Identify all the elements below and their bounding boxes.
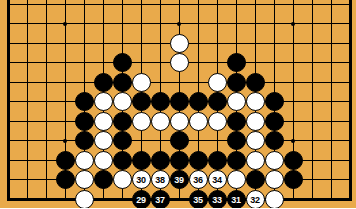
board-cell [94, 111, 113, 131]
white-stone [170, 112, 189, 131]
board-cell [132, 131, 151, 151]
board-cell [322, 170, 341, 190]
white-stone: 36 [189, 170, 208, 189]
go-board: 3038393634293735333132 [0, 0, 356, 208]
white-stone [189, 112, 208, 131]
white-stone [113, 92, 132, 111]
board-cell [322, 14, 341, 34]
board-cell [322, 33, 341, 53]
black-stone [265, 92, 284, 111]
board-cell [151, 14, 170, 34]
white-stone [208, 112, 227, 131]
board-cell [94, 53, 113, 73]
board-cell [75, 14, 94, 34]
board-cell [170, 150, 189, 170]
board-cell [208, 72, 227, 92]
board-cell [0, 72, 18, 92]
board-cell: 39 [170, 170, 189, 190]
board-cell [75, 131, 94, 151]
move-number: 31 [231, 195, 240, 204]
black-stone [208, 92, 227, 111]
board-cell [227, 33, 246, 53]
board-cell [189, 53, 208, 73]
board-cell [37, 72, 56, 92]
white-stone [265, 170, 284, 189]
board-cell [113, 92, 132, 112]
board-cell [284, 53, 303, 73]
board-cell: 37 [151, 189, 170, 208]
board-cell [132, 111, 151, 131]
board-cell [189, 33, 208, 53]
board-cell [284, 150, 303, 170]
board-cell [0, 131, 18, 151]
board-cell [113, 111, 132, 131]
board-cell [208, 131, 227, 151]
move-number: 32 [250, 195, 259, 204]
board-cell [322, 0, 341, 14]
board-cell [227, 170, 246, 190]
board-cell [75, 72, 94, 92]
board-cell [75, 53, 94, 73]
board-cell [75, 0, 94, 14]
board-cell [303, 72, 322, 92]
board-cell [208, 14, 227, 34]
board-cell [113, 170, 132, 190]
white-stone [265, 151, 284, 170]
white-stone [94, 112, 113, 131]
board-cell [170, 72, 189, 92]
black-stone [227, 53, 246, 72]
board-cell [56, 33, 75, 53]
board-cell [75, 111, 94, 131]
board-cell [18, 111, 37, 131]
black-stone: 39 [170, 170, 189, 189]
white-stone [113, 170, 132, 189]
board-cell [132, 92, 151, 112]
board-cell [341, 131, 356, 151]
board-cell [0, 33, 18, 53]
board-cell [322, 131, 341, 151]
black-stone [227, 151, 246, 170]
board-cell [75, 92, 94, 112]
board-cell [189, 0, 208, 14]
black-stone [284, 170, 303, 189]
board-cell [18, 170, 37, 190]
board-cell [341, 14, 356, 34]
board-cell [265, 189, 284, 208]
board-cell [75, 170, 94, 190]
white-stone: 34 [208, 170, 227, 189]
board-cell [75, 189, 94, 208]
black-stone [170, 151, 189, 170]
white-stone [227, 92, 246, 111]
board-cell [170, 92, 189, 112]
board-cell [37, 53, 56, 73]
board-cell [322, 150, 341, 170]
board-cell [284, 33, 303, 53]
board-cell [189, 150, 208, 170]
board-cell [303, 189, 322, 208]
board-cell [284, 0, 303, 14]
white-stone [132, 73, 151, 92]
board-cell [303, 0, 322, 14]
board-cell [94, 92, 113, 112]
board-cell: 33 [208, 189, 227, 208]
board-cell [189, 14, 208, 34]
move-number: 35 [193, 195, 202, 204]
board-cell: 38 [151, 170, 170, 190]
board-cell [227, 111, 246, 131]
board-cell [94, 189, 113, 208]
board-cell [56, 189, 75, 208]
board-cell [113, 189, 132, 208]
board-cell [227, 0, 246, 14]
black-stone [56, 151, 75, 170]
board-cell [113, 150, 132, 170]
move-number: 38 [155, 176, 164, 185]
board-cell [246, 0, 265, 14]
board-cell [322, 92, 341, 112]
board-cell [18, 53, 37, 73]
board-cell [113, 131, 132, 151]
white-stone [246, 112, 265, 131]
board-cell [284, 189, 303, 208]
board-cell [265, 0, 284, 14]
board-cell [246, 33, 265, 53]
move-number: 33 [212, 195, 221, 204]
board-cell [75, 33, 94, 53]
board-cell [113, 0, 132, 14]
white-stone [75, 151, 94, 170]
board-cell [94, 0, 113, 14]
black-stone [265, 112, 284, 131]
board-cell [170, 131, 189, 151]
board-cell [132, 150, 151, 170]
board-cell: 32 [246, 189, 265, 208]
board-cell [113, 14, 132, 34]
black-stone [113, 151, 132, 170]
board-cell [0, 0, 18, 14]
board-cell [56, 0, 75, 14]
board-cell [246, 14, 265, 34]
board-cell [151, 72, 170, 92]
board-cell [170, 33, 189, 53]
move-number: 39 [174, 176, 183, 185]
board-cell [208, 33, 227, 53]
board-cell [227, 72, 246, 92]
white-stone [265, 190, 284, 209]
board-cell [18, 72, 37, 92]
board-cell [151, 33, 170, 53]
board-cell [18, 131, 37, 151]
board-cell [151, 150, 170, 170]
board-cell [56, 131, 75, 151]
board-cell [341, 150, 356, 170]
move-number: 29 [136, 195, 145, 204]
board-cell [132, 72, 151, 92]
black-stone [227, 73, 246, 92]
board-cell [94, 14, 113, 34]
board-cell [303, 14, 322, 34]
board-cell [246, 92, 265, 112]
board-cell [18, 92, 37, 112]
board-cell [56, 150, 75, 170]
black-stone [227, 131, 246, 150]
board-cell [0, 92, 18, 112]
board-cell [151, 53, 170, 73]
white-stone [170, 53, 189, 72]
black-stone: 35 [189, 190, 208, 209]
black-stone [75, 112, 94, 131]
board-cell [246, 72, 265, 92]
board-cell [37, 14, 56, 34]
white-stone: 30 [132, 170, 151, 189]
board-cell [284, 131, 303, 151]
board-cell [94, 33, 113, 53]
move-number: 36 [193, 176, 202, 185]
board-cell [170, 0, 189, 14]
black-stone: 33 [208, 190, 227, 209]
board-cell [189, 131, 208, 151]
board-cell [151, 0, 170, 14]
board-cell [94, 170, 113, 190]
board-cell [18, 0, 37, 14]
board-cell [37, 33, 56, 53]
board-cell [341, 72, 356, 92]
board-cell [132, 53, 151, 73]
white-stone [151, 112, 170, 131]
board-cell [265, 170, 284, 190]
board-cell [341, 111, 356, 131]
board-cell [303, 170, 322, 190]
board-cell: 29 [132, 189, 151, 208]
board-cell [170, 189, 189, 208]
go-diagram: 3038393634293735333132 [0, 0, 356, 208]
white-stone [132, 112, 151, 131]
white-stone [75, 190, 94, 209]
board-cell [265, 111, 284, 131]
board-cell [227, 131, 246, 151]
black-stone [113, 73, 132, 92]
board-cell [227, 53, 246, 73]
board-cell [208, 92, 227, 112]
board-cell [265, 131, 284, 151]
board-cell [18, 14, 37, 34]
board-cell [227, 92, 246, 112]
board-cell: 31 [227, 189, 246, 208]
board-cell [189, 72, 208, 92]
board-cell [246, 53, 265, 73]
white-stone [94, 151, 113, 170]
board-cell [284, 92, 303, 112]
board-cell [151, 131, 170, 151]
board-cell [265, 14, 284, 34]
black-stone: 29 [132, 190, 151, 209]
board-cell [0, 150, 18, 170]
white-stone [246, 151, 265, 170]
black-stone: 31 [227, 190, 246, 209]
black-stone [246, 170, 265, 189]
board-cell: 30 [132, 170, 151, 190]
board-cell [265, 72, 284, 92]
board-cell [284, 14, 303, 34]
board-cell [56, 111, 75, 131]
board-cell [56, 53, 75, 73]
white-stone: 32 [246, 190, 265, 209]
board-cell [246, 150, 265, 170]
black-stone [284, 151, 303, 170]
board-cell [132, 14, 151, 34]
board-cell [208, 111, 227, 131]
board-cell: 35 [189, 189, 208, 208]
board-cell [284, 72, 303, 92]
board-cell [322, 111, 341, 131]
board-cell [56, 72, 75, 92]
board-cell [303, 111, 322, 131]
board-cell [170, 111, 189, 131]
board-cell [303, 131, 322, 151]
board-cell [322, 189, 341, 208]
move-number: 37 [155, 195, 164, 204]
white-stone [246, 92, 265, 111]
black-stone [94, 73, 113, 92]
black-stone [246, 73, 265, 92]
board-cell [265, 33, 284, 53]
board-cell [94, 131, 113, 151]
board-cell [37, 131, 56, 151]
board-cell [341, 170, 356, 190]
board-cell [0, 170, 18, 190]
board-cell [208, 53, 227, 73]
white-stone [246, 131, 265, 150]
white-stone [227, 170, 246, 189]
board-cell [246, 111, 265, 131]
black-stone [208, 151, 227, 170]
board-cell [227, 150, 246, 170]
black-stone [151, 92, 170, 111]
board-cell [37, 189, 56, 208]
board-cell [303, 33, 322, 53]
move-number: 34 [212, 176, 221, 185]
white-stone: 38 [151, 170, 170, 189]
board-cell [227, 14, 246, 34]
board-cell [341, 33, 356, 53]
board-cell [56, 170, 75, 190]
move-number: 30 [136, 176, 145, 185]
board-cell [303, 53, 322, 73]
board-cell [265, 92, 284, 112]
black-stone [132, 151, 151, 170]
board-cell [265, 150, 284, 170]
board-cell [322, 53, 341, 73]
board-cell [113, 53, 132, 73]
board-cell [18, 189, 37, 208]
board-cell [56, 14, 75, 34]
board-cell [341, 92, 356, 112]
board-cell [113, 72, 132, 92]
black-stone [113, 53, 132, 72]
black-stone [132, 92, 151, 111]
black-stone: 37 [151, 190, 170, 209]
black-stone [265, 131, 284, 150]
black-stone [189, 92, 208, 111]
board-cell [303, 150, 322, 170]
board-cell [341, 189, 356, 208]
board-cell [113, 33, 132, 53]
board-cell [37, 170, 56, 190]
board-cell [151, 92, 170, 112]
board-cell [132, 0, 151, 14]
board-cell [37, 0, 56, 14]
board-cell [208, 0, 227, 14]
white-stone [208, 73, 227, 92]
board-cell [170, 53, 189, 73]
white-stone [94, 131, 113, 150]
black-stone [151, 151, 170, 170]
black-stone [75, 92, 94, 111]
white-stone [75, 170, 94, 189]
board-cell [322, 72, 341, 92]
black-stone [56, 170, 75, 189]
board-cell [0, 189, 18, 208]
black-stone [170, 92, 189, 111]
board-cell [284, 170, 303, 190]
board-cell [189, 92, 208, 112]
board-cell [94, 150, 113, 170]
board-cell [208, 150, 227, 170]
black-stone [75, 131, 94, 150]
board-cell [0, 14, 18, 34]
board-cell [132, 33, 151, 53]
black-stone [227, 112, 246, 131]
board-cell [341, 0, 356, 14]
board-cell [18, 150, 37, 170]
board-cell [246, 131, 265, 151]
board-cell [265, 53, 284, 73]
black-stone [94, 170, 113, 189]
board-cell [246, 170, 265, 190]
board-cell [284, 111, 303, 131]
board-cell [0, 111, 18, 131]
black-stone [189, 151, 208, 170]
black-stone [113, 131, 132, 150]
board-cell: 36 [189, 170, 208, 190]
board-cell [189, 111, 208, 131]
board-cell [94, 72, 113, 92]
board-cell [37, 111, 56, 131]
board-cell [75, 150, 94, 170]
board-cell [341, 53, 356, 73]
board-cell: 34 [208, 170, 227, 190]
board-cell [18, 33, 37, 53]
board-cell [151, 111, 170, 131]
black-stone [113, 112, 132, 131]
board-cell [37, 92, 56, 112]
board-cell [303, 92, 322, 112]
board-cell [0, 53, 18, 73]
board-cell [37, 150, 56, 170]
white-stone [94, 92, 113, 111]
black-stone [170, 131, 189, 150]
board-cell [56, 92, 75, 112]
board-cell [170, 14, 189, 34]
white-stone [170, 34, 189, 53]
